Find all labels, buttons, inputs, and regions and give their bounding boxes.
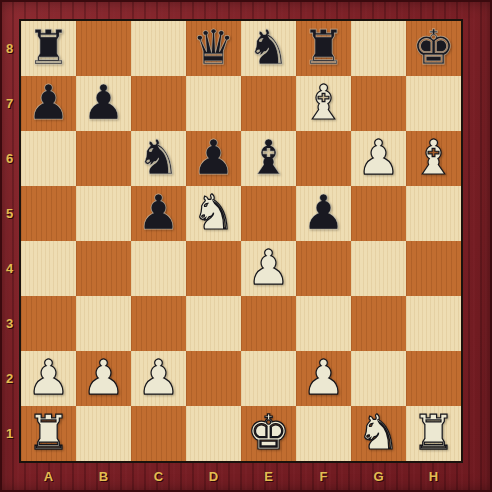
- rank-label-1: 1: [0, 406, 19, 461]
- square-b4[interactable]: [76, 241, 131, 296]
- piece-black-pawn[interactable]: ♟: [137, 188, 180, 239]
- file-label-b: B: [76, 463, 131, 492]
- board-frame: ♜♛♞♜♚♟♟♝♞♟♝♟♝♟♞♟♟♟♟♟♟♜♚♞♜ 87654321 ABCDE…: [0, 0, 492, 492]
- square-e5[interactable]: [241, 186, 296, 241]
- file-label-e: E: [241, 463, 296, 492]
- square-g1[interactable]: ♞: [351, 406, 406, 461]
- rank-label-6: 6: [0, 131, 19, 186]
- piece-black-rook[interactable]: ♜: [27, 23, 70, 74]
- square-e3[interactable]: [241, 296, 296, 351]
- square-a5[interactable]: [21, 186, 76, 241]
- square-e8[interactable]: ♞: [241, 21, 296, 76]
- square-a6[interactable]: [21, 131, 76, 186]
- piece-white-pawn[interactable]: ♟: [82, 353, 125, 404]
- square-d1[interactable]: [186, 406, 241, 461]
- square-c5[interactable]: ♟: [131, 186, 186, 241]
- square-d2[interactable]: [186, 351, 241, 406]
- piece-white-knight[interactable]: ♞: [192, 188, 235, 239]
- square-e7[interactable]: [241, 76, 296, 131]
- square-e4[interactable]: ♟: [241, 241, 296, 296]
- square-c1[interactable]: [131, 406, 186, 461]
- square-g4[interactable]: [351, 241, 406, 296]
- piece-black-rook[interactable]: ♜: [302, 23, 345, 74]
- square-c2[interactable]: ♟: [131, 351, 186, 406]
- square-c8[interactable]: [131, 21, 186, 76]
- square-a1[interactable]: ♜: [21, 406, 76, 461]
- piece-black-king[interactable]: ♚: [412, 23, 455, 74]
- square-a8[interactable]: ♜: [21, 21, 76, 76]
- piece-white-pawn[interactable]: ♟: [137, 353, 180, 404]
- piece-white-pawn[interactable]: ♟: [27, 353, 70, 404]
- file-label-h: H: [406, 463, 461, 492]
- square-f8[interactable]: ♜: [296, 21, 351, 76]
- square-h1[interactable]: ♜: [406, 406, 461, 461]
- file-label-c: C: [131, 463, 186, 492]
- square-f6[interactable]: [296, 131, 351, 186]
- square-d6[interactable]: ♟: [186, 131, 241, 186]
- square-c7[interactable]: [131, 76, 186, 131]
- rank-label-8: 8: [0, 21, 19, 76]
- square-d8[interactable]: ♛: [186, 21, 241, 76]
- file-label-a: A: [21, 463, 76, 492]
- piece-black-pawn[interactable]: ♟: [302, 188, 345, 239]
- square-g5[interactable]: [351, 186, 406, 241]
- square-g7[interactable]: [351, 76, 406, 131]
- square-d4[interactable]: [186, 241, 241, 296]
- square-a3[interactable]: [21, 296, 76, 351]
- square-b6[interactable]: [76, 131, 131, 186]
- square-g6[interactable]: ♟: [351, 131, 406, 186]
- square-h4[interactable]: [406, 241, 461, 296]
- square-c3[interactable]: [131, 296, 186, 351]
- square-h2[interactable]: [406, 351, 461, 406]
- square-a4[interactable]: [21, 241, 76, 296]
- square-e1[interactable]: ♚: [241, 406, 296, 461]
- square-b1[interactable]: [76, 406, 131, 461]
- square-f2[interactable]: ♟: [296, 351, 351, 406]
- rank-label-4: 4: [0, 241, 19, 296]
- chess-board: ♜♛♞♜♚♟♟♝♞♟♝♟♝♟♞♟♟♟♟♟♟♜♚♞♜: [19, 19, 463, 463]
- square-h7[interactable]: [406, 76, 461, 131]
- square-c4[interactable]: [131, 241, 186, 296]
- piece-black-pawn[interactable]: ♟: [82, 78, 125, 129]
- square-a2[interactable]: ♟: [21, 351, 76, 406]
- square-h3[interactable]: [406, 296, 461, 351]
- square-g8[interactable]: [351, 21, 406, 76]
- square-h8[interactable]: ♚: [406, 21, 461, 76]
- square-d5[interactable]: ♞: [186, 186, 241, 241]
- piece-black-bishop[interactable]: ♝: [247, 133, 290, 184]
- piece-black-knight[interactable]: ♞: [247, 23, 290, 74]
- piece-white-pawn[interactable]: ♟: [247, 243, 290, 294]
- square-e6[interactable]: ♝: [241, 131, 296, 186]
- file-label-d: D: [186, 463, 241, 492]
- piece-white-bishop[interactable]: ♝: [412, 133, 455, 184]
- piece-white-king[interactable]: ♚: [247, 408, 290, 459]
- square-c6[interactable]: ♞: [131, 131, 186, 186]
- square-g3[interactable]: [351, 296, 406, 351]
- square-f1[interactable]: [296, 406, 351, 461]
- square-h5[interactable]: [406, 186, 461, 241]
- piece-white-pawn[interactable]: ♟: [302, 353, 345, 404]
- rank-label-7: 7: [0, 76, 19, 131]
- square-f7[interactable]: ♝: [296, 76, 351, 131]
- piece-white-pawn[interactable]: ♟: [357, 133, 400, 184]
- piece-white-bishop[interactable]: ♝: [302, 78, 345, 129]
- square-f4[interactable]: [296, 241, 351, 296]
- piece-white-knight[interactable]: ♞: [357, 408, 400, 459]
- square-b2[interactable]: ♟: [76, 351, 131, 406]
- square-h6[interactable]: ♝: [406, 131, 461, 186]
- piece-white-rook[interactable]: ♜: [412, 408, 455, 459]
- piece-black-knight[interactable]: ♞: [137, 133, 180, 184]
- file-label-f: F: [296, 463, 351, 492]
- piece-black-pawn[interactable]: ♟: [192, 133, 235, 184]
- piece-black-pawn[interactable]: ♟: [27, 78, 70, 129]
- square-b7[interactable]: ♟: [76, 76, 131, 131]
- square-b5[interactable]: [76, 186, 131, 241]
- file-label-g: G: [351, 463, 406, 492]
- rank-label-2: 2: [0, 351, 19, 406]
- piece-black-queen[interactable]: ♛: [192, 23, 235, 74]
- square-d3[interactable]: [186, 296, 241, 351]
- rank-label-3: 3: [0, 296, 19, 351]
- square-f5[interactable]: ♟: [296, 186, 351, 241]
- square-d7[interactable]: [186, 76, 241, 131]
- piece-white-rook[interactable]: ♜: [27, 408, 70, 459]
- square-b3[interactable]: [76, 296, 131, 351]
- square-b8[interactable]: [76, 21, 131, 76]
- rank-label-5: 5: [0, 186, 19, 241]
- square-f3[interactable]: [296, 296, 351, 351]
- square-g2[interactable]: [351, 351, 406, 406]
- square-e2[interactable]: [241, 351, 296, 406]
- square-a7[interactable]: ♟: [21, 76, 76, 131]
